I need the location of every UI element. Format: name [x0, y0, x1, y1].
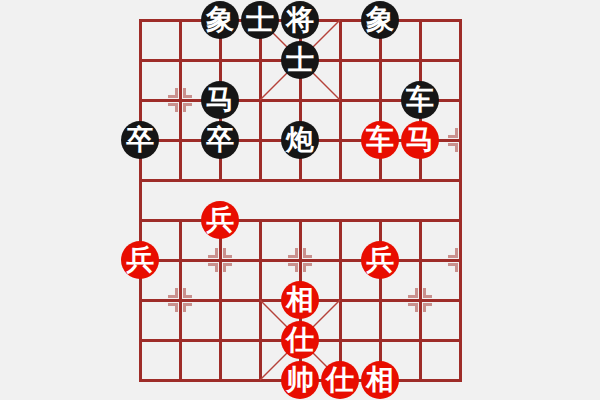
point-marker — [448, 144, 456, 152]
black-elephant-piece[interactable]: 象 — [201, 1, 239, 39]
point-marker — [304, 264, 312, 272]
point-marker — [424, 304, 432, 312]
red-chariot-piece[interactable]: 车 — [361, 121, 399, 159]
red-general-piece[interactable]: 帅 — [281, 361, 319, 399]
black-chariot-piece[interactable]: 车 — [401, 81, 439, 119]
point-marker — [448, 128, 456, 136]
red-elephant-piece[interactable]: 相 — [361, 361, 399, 399]
point-marker — [304, 248, 312, 256]
point-marker — [184, 288, 192, 296]
black-elephant-piece[interactable]: 象 — [361, 1, 399, 39]
red-advisor-piece[interactable]: 仕 — [321, 361, 359, 399]
point-marker — [448, 264, 456, 272]
point-marker — [208, 264, 216, 272]
point-marker — [168, 88, 176, 96]
point-marker — [168, 104, 176, 112]
red-soldier-piece[interactable]: 兵 — [121, 241, 159, 279]
point-marker — [288, 248, 296, 256]
point-marker — [448, 248, 456, 256]
point-marker — [208, 248, 216, 256]
point-marker — [168, 304, 176, 312]
red-soldier-piece[interactable]: 兵 — [201, 201, 239, 239]
point-marker — [184, 104, 192, 112]
black-horse-piece[interactable]: 马 — [201, 81, 239, 119]
red-soldier-piece[interactable]: 兵 — [361, 241, 399, 279]
black-soldier-piece[interactable]: 卒 — [201, 121, 239, 159]
black-general-piece[interactable]: 将 — [281, 1, 319, 39]
black-soldier-piece[interactable]: 卒 — [121, 121, 159, 159]
point-marker — [184, 88, 192, 96]
point-marker — [288, 264, 296, 272]
point-marker — [168, 288, 176, 296]
black-advisor-piece[interactable]: 士 — [281, 41, 319, 79]
point-marker — [424, 288, 432, 296]
red-horse-piece[interactable]: 马 — [401, 121, 439, 159]
xiangqi-board: 象士将象士马车卒卒炮车马兵兵兵相仕帅仕相 — [0, 0, 600, 400]
red-elephant-piece[interactable]: 相 — [281, 281, 319, 319]
point-marker — [408, 288, 416, 296]
black-cannon-piece[interactable]: 炮 — [281, 121, 319, 159]
red-advisor-piece[interactable]: 仕 — [281, 321, 319, 359]
point-marker — [408, 304, 416, 312]
black-advisor-piece[interactable]: 士 — [241, 1, 279, 39]
point-marker — [224, 264, 232, 272]
point-marker — [184, 304, 192, 312]
point-marker — [224, 248, 232, 256]
